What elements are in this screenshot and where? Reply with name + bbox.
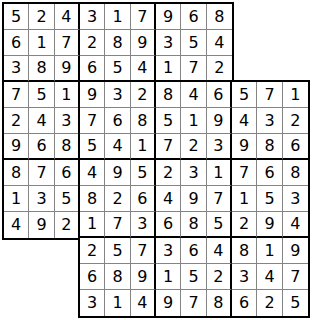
sudoku-cell: 5: [232, 82, 257, 108]
sudoku-cell: 3: [283, 186, 308, 212]
sudoku-cell: 8: [55, 134, 80, 160]
sudoku-cell: 7: [181, 290, 206, 316]
sudoku-cell: 7: [105, 212, 130, 238]
sudoku-cell: 5: [181, 264, 206, 290]
sudoku-cell: 9: [156, 290, 181, 316]
sudoku-cell: 7: [131, 238, 156, 264]
sudoku-cell: 7: [181, 56, 206, 82]
sudoku-cell: 8: [232, 238, 257, 264]
sudoku-cell: 8: [80, 186, 105, 212]
sudoku-cell: 6: [232, 290, 257, 316]
sudoku-cell: 1: [55, 82, 80, 108]
sudoku-cell: 3: [156, 238, 181, 264]
sudoku-cell: 2: [80, 30, 105, 56]
sudoku-cell: 3: [80, 290, 105, 316]
sudoku-cell: 9: [131, 264, 156, 290]
sudoku-grid-b: 9328465717685194325417239864952317688264…: [78, 80, 310, 318]
sudoku-cell: 3: [105, 82, 130, 108]
sudoku-cell: 8: [257, 134, 282, 160]
sudoku-cell: 7: [207, 186, 232, 212]
sudoku-cell: 3: [232, 264, 257, 290]
sudoku-cell: 4: [131, 290, 156, 316]
sudoku-cell: 4: [80, 160, 105, 186]
sudoku-cell: 6: [55, 160, 80, 186]
sudoku-cell: 6: [257, 160, 282, 186]
sudoku-cell: 3: [207, 134, 232, 160]
sudoku-cell: 4: [283, 212, 308, 238]
sudoku-cell: 3: [4, 56, 29, 82]
sudoku-cell: 8: [131, 108, 156, 134]
sudoku-cell: 3: [156, 30, 181, 56]
sudoku-cell: 6: [4, 30, 29, 56]
sudoku-cell: 6: [283, 134, 308, 160]
sudoku-cell: 4: [105, 134, 130, 160]
sudoku-cell: 4: [55, 4, 80, 30]
sudoku-cell: 9: [131, 30, 156, 56]
sudoku-cell: 9: [55, 56, 80, 82]
sudoku-cell: 5: [181, 30, 206, 56]
sudoku-cell: 5: [131, 160, 156, 186]
sudoku-cell: 2: [283, 108, 308, 134]
sudoku-cell: 4: [131, 56, 156, 82]
sudoku-cell: 6: [131, 186, 156, 212]
sudoku-cell: 1: [105, 4, 130, 30]
sudoku-cell: 5: [207, 212, 232, 238]
sudoku-cell: 6: [181, 238, 206, 264]
sudoku-cell: 1: [232, 186, 257, 212]
sudoku-cell: 8: [283, 160, 308, 186]
sudoku-cell: 3: [80, 4, 105, 30]
sudoku-cell: 6: [207, 82, 232, 108]
sudoku-cell: 9: [156, 4, 181, 30]
sudoku-cell: 8: [207, 4, 232, 30]
sudoku-cell: 6: [105, 108, 130, 134]
sudoku-cell: 9: [232, 134, 257, 160]
sudoku-cell: 4: [232, 108, 257, 134]
sudoku-cell: 4: [4, 212, 29, 238]
sudoku-cell: 5: [105, 56, 130, 82]
sudoku-cell: 4: [181, 82, 206, 108]
sudoku-cell: 3: [55, 108, 80, 134]
sudoku-cell: 5: [283, 290, 308, 316]
sudoku-cell: 8: [105, 264, 130, 290]
sudoku-cell: 1: [181, 108, 206, 134]
sudoku-cell: 8: [207, 290, 232, 316]
sudoku-cell: 2: [131, 82, 156, 108]
sudoku-cell: 9: [29, 212, 54, 238]
sudoku-cell: 8: [29, 56, 54, 82]
sudoku-cell: 6: [80, 56, 105, 82]
sudoku-cell: 9: [4, 134, 29, 160]
sudoku-cell: 8: [4, 160, 29, 186]
sudoku-cell: 9: [283, 238, 308, 264]
sudoku-cell: 5: [80, 134, 105, 160]
sudoku-cell: 5: [156, 108, 181, 134]
sudoku-cell: 7: [55, 30, 80, 56]
puzzle-canvas: 5243179686172893543896541727519328462437…: [0, 0, 312, 320]
sudoku-cell: 4: [207, 30, 232, 56]
sudoku-cell: 2: [4, 108, 29, 134]
sudoku-cell: 2: [29, 4, 54, 30]
sudoku-cell: 7: [156, 134, 181, 160]
sudoku-cell: 6: [80, 264, 105, 290]
sudoku-cell: 1: [156, 56, 181, 82]
sudoku-cell: 4: [156, 186, 181, 212]
sudoku-cell: 1: [4, 186, 29, 212]
sudoku-cell: 3: [29, 186, 54, 212]
sudoku-cell: 2: [232, 212, 257, 238]
sudoku-cell: 1: [105, 290, 130, 316]
sudoku-cell: 3: [181, 160, 206, 186]
sudoku-cell: 1: [131, 134, 156, 160]
sudoku-cell: 2: [105, 186, 130, 212]
sudoku-cell: 7: [4, 82, 29, 108]
sudoku-cell: 4: [29, 108, 54, 134]
sudoku-cell: 9: [80, 82, 105, 108]
sudoku-cell: 3: [257, 108, 282, 134]
sudoku-cell: 5: [257, 186, 282, 212]
sudoku-cell: 5: [105, 238, 130, 264]
sudoku-cell: 5: [29, 82, 54, 108]
sudoku-cell: 3: [131, 212, 156, 238]
sudoku-cell: 9: [257, 212, 282, 238]
sudoku-cell: 9: [105, 160, 130, 186]
sudoku-cell: 9: [207, 108, 232, 134]
sudoku-cell: 4: [207, 238, 232, 264]
sudoku-cell: 9: [181, 186, 206, 212]
sudoku-cell: 2: [181, 134, 206, 160]
sudoku-cell: 7: [283, 264, 308, 290]
sudoku-cell: 7: [257, 82, 282, 108]
sudoku-cell: 8: [156, 82, 181, 108]
sudoku-cell: 5: [55, 186, 80, 212]
sudoku-cell: 6: [181, 4, 206, 30]
sudoku-cell: 4: [257, 264, 282, 290]
sudoku-cell: 7: [80, 108, 105, 134]
sudoku-cell: 2: [207, 56, 232, 82]
sudoku-cell: 1: [257, 238, 282, 264]
sudoku-cell: 7: [29, 160, 54, 186]
sudoku-cell: 6: [29, 134, 54, 160]
sudoku-cell: 2: [156, 160, 181, 186]
sudoku-cell: 5: [4, 4, 29, 30]
sudoku-cell: 2: [257, 290, 282, 316]
sudoku-cell: 8: [181, 212, 206, 238]
sudoku-cell: 1: [283, 82, 308, 108]
sudoku-cell: 1: [29, 30, 54, 56]
sudoku-cell: 7: [131, 4, 156, 30]
sudoku-cell: 1: [207, 160, 232, 186]
sudoku-cell: 8: [105, 30, 130, 56]
sudoku-cell: 6: [156, 212, 181, 238]
sudoku-cell: 1: [156, 264, 181, 290]
sudoku-cell: 1: [80, 212, 105, 238]
sudoku-cell: 2: [207, 264, 232, 290]
sudoku-cell: 2: [80, 238, 105, 264]
sudoku-cell: 2: [55, 212, 80, 238]
sudoku-cell: 7: [232, 160, 257, 186]
